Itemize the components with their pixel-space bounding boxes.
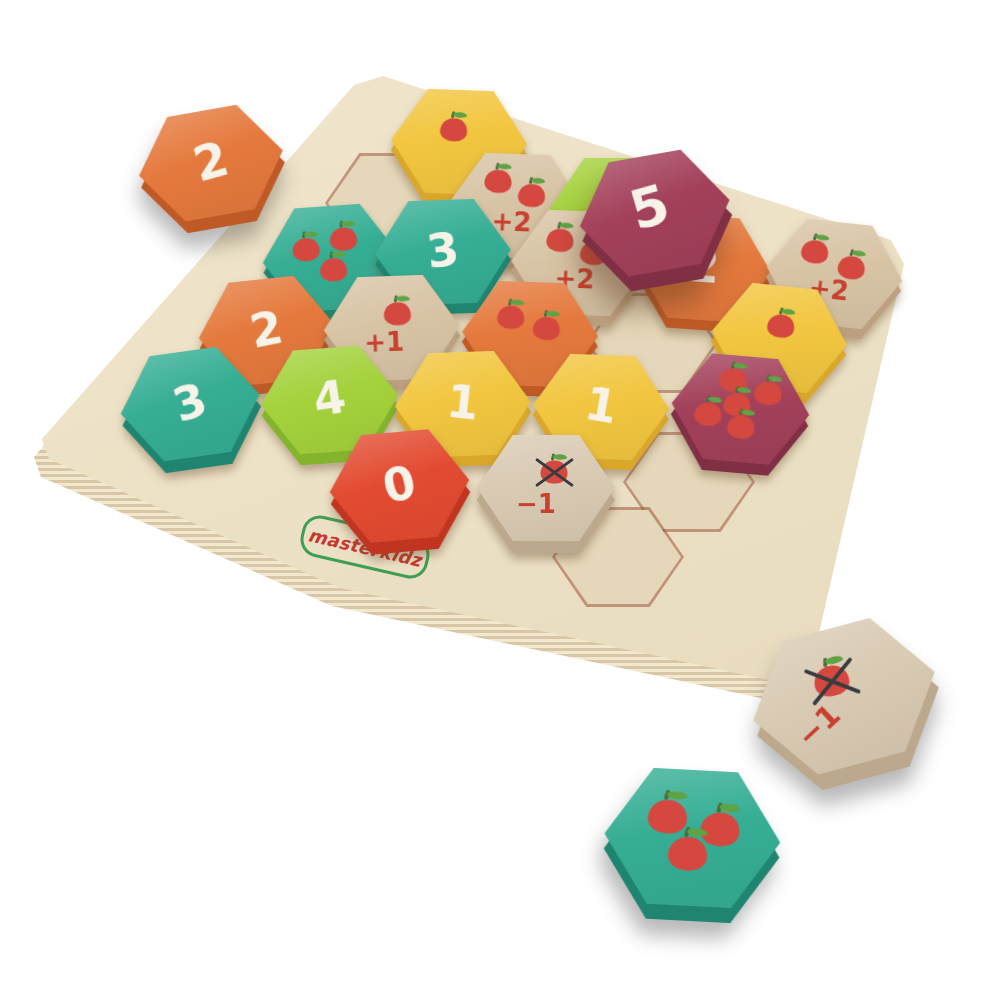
number-label-3: 3 <box>424 225 461 275</box>
number-label-0: 0 <box>379 458 421 510</box>
tile-op-minus1-loose-face: −1 <box>735 605 952 787</box>
apple-icon <box>693 402 722 427</box>
tile-op-minus1-board[interactable]: −1 <box>477 435 615 553</box>
tile-number-3-teal-left[interactable]: 3 <box>113 342 268 478</box>
number-label-1: 1 <box>581 380 621 431</box>
crossed-apple-icon <box>811 662 853 700</box>
tile-number-5-maroon-stacked[interactable]: 5 <box>570 143 742 298</box>
apple-icon <box>766 313 795 339</box>
apple-icon <box>546 228 574 252</box>
number-label-3: 3 <box>168 375 213 429</box>
apple-icon <box>726 414 755 439</box>
apple-icon <box>532 317 560 341</box>
apple-icon <box>699 812 740 847</box>
apple-icon <box>329 227 358 252</box>
tile-number-3-teal-left-face: 3 <box>113 342 266 466</box>
number-label-5: 5 <box>624 177 675 239</box>
apple-icon <box>484 169 512 193</box>
number-label-1: 1 <box>444 378 481 427</box>
tile-number-0-red[interactable]: 0 <box>325 426 475 558</box>
tile-apples-3-teal-loose[interactable] <box>600 765 784 925</box>
tile-apples-5-maroon[interactable] <box>666 350 814 479</box>
apple-icon <box>440 118 468 142</box>
apple-icon <box>753 381 782 406</box>
tile-number-0-red-face: 0 <box>325 426 474 546</box>
scene: masterkidz +23+22+22+134110−152−1 <box>0 0 1000 1000</box>
apple-icon <box>292 237 321 262</box>
apple-icon <box>497 305 525 329</box>
operation-label: −1 <box>792 699 846 752</box>
apple-icon <box>800 239 829 265</box>
apple-icon <box>667 836 708 871</box>
apple-icon <box>518 184 546 208</box>
number-label-2: 2 <box>188 134 233 189</box>
number-label-4: 4 <box>310 373 349 423</box>
tile-number-2-orange-loose-face: 2 <box>130 98 292 228</box>
tile-apples-5-maroon-face <box>667 350 814 468</box>
operation-label: −1 <box>516 491 556 517</box>
apple-icon <box>647 799 688 834</box>
crossed-apple-icon <box>541 461 568 484</box>
tile-number-2-orange-loose[interactable]: 2 <box>130 98 294 240</box>
hex-tiles-layer: +23+22+22+134110−152−1 <box>0 0 1000 1000</box>
tile-number-5-maroon-stacked-face: 5 <box>570 143 740 284</box>
apple-icon <box>383 302 411 326</box>
